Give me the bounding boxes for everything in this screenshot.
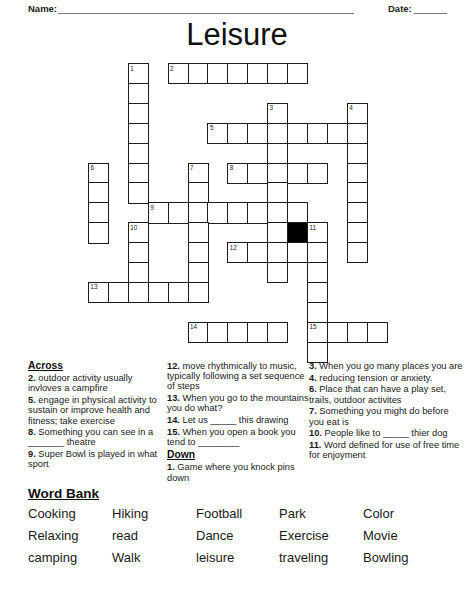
clue-number-label: 12. [167,361,183,371]
date-label: Date: [388,3,412,14]
clue-column-middle: 12. move rhythmically to music, typicall… [167,361,309,484]
grid-cell[interactable] [287,63,308,84]
word-bank-header: Word Bank [28,486,452,501]
grid-cell[interactable]: 2 [168,63,189,84]
grid-cell[interactable] [188,63,209,84]
grid-cell[interactable] [128,262,149,283]
clue-item: 11. Word defined for use of free time fo… [309,440,465,460]
grid-cell[interactable] [267,63,288,84]
grid-cell[interactable] [247,242,268,263]
clue-number-label: 4. [309,373,319,383]
cell-number: 11 [309,224,316,231]
grid-cell[interactable] [247,163,268,184]
clue-item: 7. Something you might do before you eat… [309,406,465,426]
grid-cell[interactable]: 4 [347,103,368,124]
name-label: Name: [28,3,57,14]
grid-cell[interactable]: 10 [128,222,149,243]
crossword-grid: 123456789101112131415 [88,63,389,364]
grid-cell[interactable] [168,202,189,223]
grid-cell[interactable] [347,202,368,223]
clue-number-label: 2. [28,373,38,383]
grid-cell[interactable] [307,282,328,303]
grid-cell[interactable] [128,242,149,263]
clue-item: 5. engage in physical activity to sustai… [28,395,164,426]
date-blank-line [414,13,447,14]
grid-cell[interactable] [188,282,209,303]
word-bank-word: Park [279,506,363,528]
grid-cell[interactable] [207,322,228,343]
grid-cell[interactable]: 15 [307,322,328,343]
clue-item: 6. Place that can have a play set, trail… [309,384,465,404]
grid-cell[interactable] [148,282,169,303]
clue-number-label: 1. [167,462,177,472]
grid-cell[interactable] [88,182,109,203]
word-bank-word: Relaxing [28,528,112,550]
word-bank-word: Cooking [28,506,112,528]
clue-number-label: 9. [28,449,38,459]
grid-cell[interactable] [227,123,248,144]
grid-cell[interactable] [307,262,328,283]
word-bank: Word Bank CookingHikingFootballParkColor… [28,486,452,572]
word-bank-word: Bowling [363,550,452,572]
grid-cell[interactable] [168,282,189,303]
clue-number-label: 8. [28,427,38,437]
grid-cell[interactable] [307,123,328,144]
down-header: Down [167,450,309,460]
grid-cell[interactable] [347,182,368,203]
word-bank-word: Exercise [279,528,363,550]
clue-number-label: 5. [28,395,38,405]
grid-cell[interactable] [307,163,328,184]
clue-item: 2. outdoor activity usually invloves a c… [28,373,164,393]
grid-cell[interactable] [267,322,288,343]
grid-cell[interactable] [287,163,308,184]
grid-cell[interactable] [88,222,109,243]
cell-number: 14 [190,323,197,330]
clue-number-label: 3. [309,361,319,371]
grid-cell[interactable] [267,182,288,203]
clue-number-label: 15. [167,427,183,437]
grid-cell[interactable] [207,202,228,223]
grid-cell[interactable] [188,222,209,243]
grid-cell[interactable] [327,123,348,144]
grid-cell[interactable]: 7 [188,163,209,184]
grid-cell[interactable]: 12 [227,242,248,263]
grid-cell[interactable] [267,202,288,223]
cell-number: 10 [130,224,137,231]
cell-number: 7 [190,164,194,171]
grid-cell[interactable] [247,202,268,223]
grid-cell[interactable] [207,63,228,84]
cell-number: 1 [130,65,134,72]
grid-cell[interactable] [267,242,288,263]
grid-cell[interactable]: 14 [188,322,209,343]
clue-item: 13. When you go to the mountains you do … [167,393,309,413]
cell-number: 3 [270,104,274,111]
grid-cell[interactable] [267,262,288,283]
clue-number-label: 10. [309,428,325,438]
grid-cell[interactable]: 11 [307,222,328,243]
clue-column-across: Across2. outdoor activity usually invlov… [28,361,164,471]
clue-item: 3. When you go many places you are [309,361,465,371]
cell-number: 8 [230,164,234,171]
grid-cell[interactable] [188,262,209,283]
grid-cell[interactable]: 6 [88,163,109,184]
cell-number: 13 [91,283,98,290]
grid-cell[interactable] [267,143,288,164]
grid-cell[interactable] [367,322,388,343]
clue-item: 15. When you open a book you tend to ___… [167,427,309,447]
name-blank-line [58,13,354,14]
grid-cell[interactable]: 9 [148,202,169,223]
word-bank-word: traveling [279,550,363,572]
grid-cell[interactable] [227,322,248,343]
clue-item: 1. Game where you knock pins down [167,462,309,482]
clue-number-label: 7. [309,406,319,416]
grid-cell[interactable] [327,322,348,343]
grid-cell[interactable] [128,143,149,164]
clue-item: 14. Let us _____ this drawing [167,415,309,425]
clue-number-label: 13. [167,393,183,403]
grid-cell[interactable] [287,123,308,144]
word-bank-word: Walk [112,550,196,572]
grid-cell[interactable] [347,322,368,343]
grid-cell[interactable] [227,63,248,84]
clue-item: 8. Something you can see in a _______ th… [28,427,164,447]
clue-number-label: 11. [309,440,324,450]
grid-cell[interactable] [128,83,149,104]
grid-cell[interactable]: 5 [207,123,228,144]
grid-cell[interactable] [347,123,368,144]
grid-cell[interactable] [247,63,268,84]
word-bank-word: read [112,528,196,550]
grid-cell[interactable] [347,222,368,243]
cell-number: 12 [230,244,237,251]
grid-cell[interactable] [267,222,288,243]
cell-number: 6 [91,164,95,171]
grid-cell[interactable]: 13 [88,282,109,303]
black-cell [287,222,308,243]
grid-cell[interactable] [247,322,268,343]
grid-cell[interactable] [128,103,149,124]
grid-cell[interactable]: 1 [128,63,149,84]
grid-cell[interactable] [307,242,328,263]
cell-number: 2 [170,65,174,72]
clue-number-label: 6. [309,384,319,394]
grid-cell[interactable] [267,123,288,144]
grid-cell[interactable] [188,242,209,263]
grid-cell[interactable] [188,202,209,223]
word-bank-word: leisure [196,550,279,572]
grid-cell[interactable] [267,163,288,184]
cell-number: 9 [150,204,154,211]
grid-cell[interactable] [287,202,308,223]
grid-cell[interactable] [227,202,248,223]
grid-cell[interactable] [88,202,109,223]
word-bank-word: Color [363,506,452,528]
grid-cell[interactable]: 8 [227,163,248,184]
across-header: Across [28,361,164,371]
grid-cell[interactable] [347,242,368,263]
grid-cell[interactable] [347,143,368,164]
word-bank-word: Football [196,506,279,528]
grid-cell[interactable] [287,242,308,263]
grid-cell[interactable] [347,163,368,184]
clue-number-label: 14. [167,415,183,425]
clue-column-down: 3. When you go many places you are4. red… [309,361,465,462]
puzzle-title: Leisure [0,17,474,53]
cell-number: 15 [309,323,316,330]
grid-cell[interactable]: 3 [267,103,288,124]
word-bank-word: Hiking [112,506,196,528]
clue-item: 12. move rhythmically to music, typicall… [167,361,309,392]
word-bank-word: Dance [196,528,279,550]
clue-item: 10. People like to _____ thier dog [309,428,465,438]
grid-cell[interactable] [188,182,209,203]
grid-cell[interactable] [108,282,129,303]
word-bank-list: CookingHikingFootballParkColorRelaxingre… [28,506,452,572]
clue-item: 4. reducing tension or anxiety. [309,373,465,383]
cell-number: 4 [349,104,353,111]
grid-cell[interactable] [128,163,149,184]
grid-cell[interactable] [307,342,328,363]
word-bank-word: camping [28,550,112,572]
cell-number: 5 [210,124,214,131]
grid-cell[interactable] [247,123,268,144]
grid-cell[interactable] [307,302,328,323]
grid-cell[interactable] [128,182,149,203]
grid-cell[interactable] [128,123,149,144]
clue-item: 9. Super Bowl is played in what sport [28,449,164,469]
word-bank-word: Movie [363,528,452,550]
grid-cell[interactable] [128,282,149,303]
